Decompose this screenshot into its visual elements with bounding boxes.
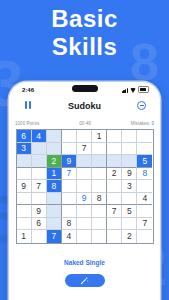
- sudoku-cell-r5c7[interactable]: [107, 180, 122, 193]
- sudoku-cell-r5c9[interactable]: [137, 180, 152, 193]
- sudoku-cell-r6c1[interactable]: [17, 193, 32, 206]
- sudoku-cell-r7c9[interactable]: [137, 205, 152, 218]
- notch: [72, 85, 98, 92]
- sudoku-cell-r9c2[interactable]: [32, 230, 47, 243]
- sudoku-cell-r3c2[interactable]: [32, 155, 47, 168]
- sudoku-cell-r2c5[interactable]: 7: [77, 143, 92, 156]
- minus-circle-icon[interactable]: [137, 101, 146, 110]
- sudoku-cell-r8c5[interactable]: [77, 218, 92, 231]
- app-header: Sudoku: [9, 99, 160, 113]
- wand-icon: [80, 276, 89, 285]
- sudoku-cell-r9c9[interactable]: [137, 230, 152, 243]
- sudoku-cell-r1c7[interactable]: [107, 130, 122, 143]
- sudoku-cell-r9c7[interactable]: [107, 230, 122, 243]
- sudoku-cell-r8c7[interactable]: [107, 218, 122, 231]
- info-bar: 1000 Points 00:49 Mistakes: 0: [15, 120, 154, 126]
- sudoku-cell-r2c7[interactable]: [107, 143, 122, 156]
- sudoku-cell-r3c5[interactable]: [77, 155, 92, 168]
- sudoku-cell-r7c5[interactable]: [77, 205, 92, 218]
- sudoku-cell-r1c2[interactable]: 4: [32, 130, 47, 143]
- sudoku-cell-r4c4[interactable]: 7: [62, 168, 77, 181]
- sudoku-cell-r5c8[interactable]: 3: [122, 180, 137, 193]
- sudoku-cell-r4c6[interactable]: [92, 168, 107, 181]
- sudoku-cell-r5c3[interactable]: 8: [47, 180, 62, 193]
- sudoku-cell-r6c6[interactable]: 8: [92, 193, 107, 206]
- sudoku-cell-r9c6[interactable]: [92, 230, 107, 243]
- signal-icon: [122, 88, 128, 93]
- sudoku-cell-r6c9[interactable]: 4: [137, 193, 152, 206]
- sudoku-board: 641372951729897839849756871742: [16, 129, 154, 244]
- sudoku-cell-r4c9[interactable]: 8: [137, 168, 152, 181]
- sudoku-cell-r5c1[interactable]: 9: [17, 180, 32, 193]
- timer-label: 00:49: [79, 121, 91, 126]
- sudoku-cell-r1c4[interactable]: [62, 130, 77, 143]
- promo-title-line1: Basic: [0, 5, 169, 33]
- sudoku-cell-r7c8[interactable]: 5: [122, 205, 137, 218]
- sudoku-cell-r7c6[interactable]: [92, 205, 107, 218]
- pause-icon[interactable]: [25, 101, 31, 109]
- sudoku-cell-r4c8[interactable]: 9: [122, 168, 137, 181]
- sudoku-cell-r2c8[interactable]: [122, 143, 137, 156]
- technique-label: Naked Single: [9, 259, 160, 266]
- sudoku-cell-r4c7[interactable]: 2: [107, 168, 122, 181]
- sudoku-cell-r6c2[interactable]: [32, 193, 47, 206]
- hint-button[interactable]: [65, 274, 105, 287]
- sudoku-cell-r4c2[interactable]: [32, 168, 47, 181]
- sudoku-cell-r4c1[interactable]: [17, 168, 32, 181]
- sudoku-cell-r1c5[interactable]: [77, 130, 92, 143]
- sudoku-cell-r5c5[interactable]: [77, 180, 92, 193]
- sudoku-cell-r7c7[interactable]: 7: [107, 205, 122, 218]
- sudoku-cell-r3c9[interactable]: 5: [137, 155, 152, 168]
- sudoku-cell-r6c3[interactable]: [47, 193, 62, 206]
- sudoku-cell-r2c2[interactable]: [32, 143, 47, 156]
- sudoku-cell-r3c6[interactable]: [92, 155, 107, 168]
- sudoku-cell-r4c3[interactable]: 1: [47, 168, 62, 181]
- battery-icon: [138, 86, 149, 93]
- sudoku-cell-r8c1[interactable]: [17, 218, 32, 231]
- sudoku-cell-r5c4[interactable]: [62, 180, 77, 193]
- sudoku-cell-r2c9[interactable]: [137, 143, 152, 156]
- sudoku-cell-r7c2[interactable]: 9: [32, 205, 47, 218]
- sudoku-cell-r7c3[interactable]: [47, 205, 62, 218]
- sudoku-cell-r5c6[interactable]: [92, 180, 107, 193]
- sudoku-cell-r7c1[interactable]: [17, 205, 32, 218]
- sudoku-cell-r6c7[interactable]: [107, 193, 122, 206]
- sudoku-cell-r1c3[interactable]: [47, 130, 62, 143]
- sudoku-cell-r6c4[interactable]: [62, 193, 77, 206]
- sudoku-cell-r1c8[interactable]: [122, 130, 137, 143]
- sudoku-cell-r8c2[interactable]: 6: [32, 218, 47, 231]
- sudoku-cell-r8c6[interactable]: [92, 218, 107, 231]
- sudoku-cell-r3c3[interactable]: 2: [47, 155, 62, 168]
- sudoku-cell-r5c2[interactable]: 7: [32, 180, 47, 193]
- sudoku-cell-r2c4[interactable]: [62, 143, 77, 156]
- mistakes-value: 0: [151, 121, 154, 126]
- sudoku-cell-r9c5[interactable]: [77, 230, 92, 243]
- sudoku-cell-r2c6[interactable]: [92, 143, 107, 156]
- sudoku-cell-r3c4[interactable]: 9: [62, 155, 77, 168]
- promo-title: Basic Skills: [0, 5, 169, 61]
- sudoku-cell-r9c8[interactable]: 2: [122, 230, 137, 243]
- wifi-icon: [130, 88, 136, 93]
- sudoku-cell-r3c8[interactable]: [122, 155, 137, 168]
- sudoku-cell-r8c4[interactable]: 8: [62, 218, 77, 231]
- sudoku-cell-r2c3[interactable]: [47, 143, 62, 156]
- sudoku-cell-r1c1[interactable]: 6: [17, 130, 32, 143]
- sudoku-cell-r8c9[interactable]: 7: [137, 218, 152, 231]
- sudoku-cell-r6c5[interactable]: 9: [77, 193, 92, 206]
- status-time: 2:46: [22, 87, 34, 93]
- promo-title-line2: Skills: [0, 33, 169, 61]
- sudoku-cell-r4c5[interactable]: [77, 168, 92, 181]
- sudoku-cell-r8c3[interactable]: [47, 218, 62, 231]
- sudoku-cell-r9c1[interactable]: 1: [17, 230, 32, 243]
- sudoku-cell-r2c1[interactable]: 3: [17, 143, 32, 156]
- sudoku-cell-r3c7[interactable]: [107, 155, 122, 168]
- sudoku-cell-r9c3[interactable]: 7: [47, 230, 62, 243]
- sudoku-cell-r6c8[interactable]: [122, 193, 137, 206]
- sudoku-cell-r8c8[interactable]: [122, 218, 137, 231]
- mistakes-label: Mistakes: 0: [131, 121, 154, 126]
- points-label: 1000 Points: [15, 121, 39, 126]
- sudoku-cell-r1c6[interactable]: 1: [92, 130, 107, 143]
- sudoku-cell-r3c1[interactable]: [17, 155, 32, 168]
- sudoku-cell-r1c9[interactable]: [137, 130, 152, 143]
- phone-mockup: 2:46 Sudoku 1000 Points 00:49 Mistakes: …: [9, 82, 160, 300]
- sudoku-cell-r9c4[interactable]: 4: [62, 230, 77, 243]
- sudoku-cell-r7c4[interactable]: [62, 205, 77, 218]
